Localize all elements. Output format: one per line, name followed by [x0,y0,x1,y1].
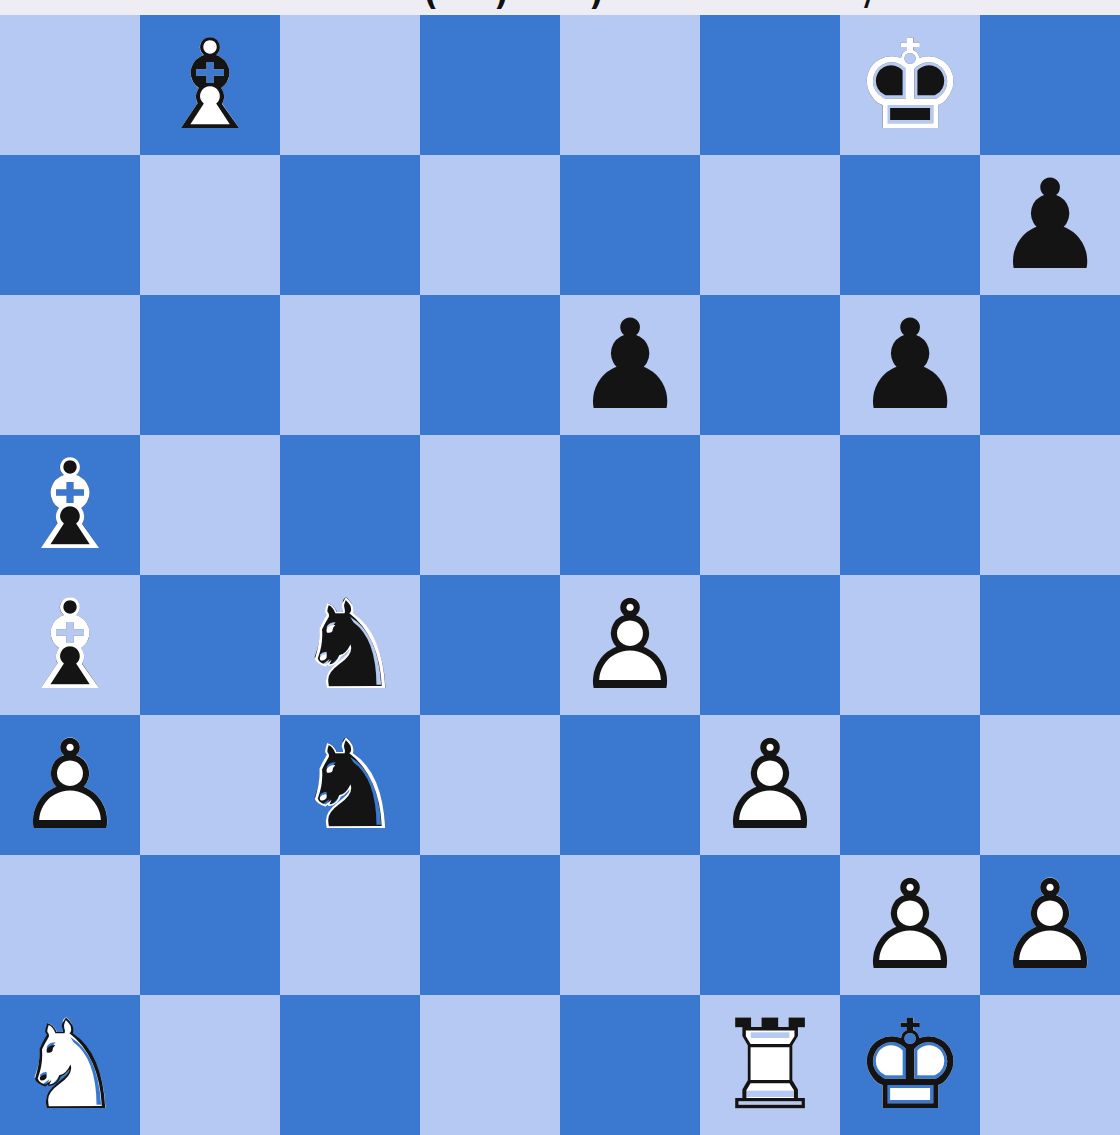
clipped-text-fragment: ( [424,0,438,10]
black-knight-outline: ♘ [280,715,420,855]
square-b4[interactable] [140,575,280,715]
piece-black-king[interactable]: ♚♔ [840,15,980,155]
black-bishop-outline: ♗ [0,435,140,575]
square-d6[interactable] [420,295,560,435]
square-h2[interactable]: ♟♙ [980,855,1120,995]
square-b1[interactable] [140,995,280,1135]
piece-white-bishop[interactable]: ♝♗ [140,15,280,155]
square-f5[interactable] [700,435,840,575]
square-h8[interactable] [980,15,1120,155]
square-g5[interactable] [840,435,980,575]
square-h1[interactable] [980,995,1120,1135]
square-b6[interactable] [140,295,280,435]
piece-black-bishop[interactable]: ♝♗ [0,435,140,575]
piece-black-pawn[interactable]: ♟ [980,155,1120,295]
piece-white-pawn[interactable]: ♟♙ [840,855,980,995]
chess-app-page: ( ) ) / ♝♗♚♔♟♟♟♝♗♝♗♞♘♟♙♟♙♞♘♟♙♟♙♟♙♞♘♜♖♚♔ [0,0,1120,1135]
square-b8[interactable]: ♝♗ [140,15,280,155]
square-d8[interactable] [420,15,560,155]
square-f8[interactable] [700,15,840,155]
white-pawn-outline: ♙ [840,855,980,995]
square-f6[interactable] [700,295,840,435]
piece-white-pawn[interactable]: ♟♙ [560,575,700,715]
white-knight-outline: ♘ [0,995,140,1135]
square-c7[interactable] [280,155,420,295]
square-h5[interactable] [980,435,1120,575]
black-bishop-outline: ♗ [0,575,140,715]
square-a2[interactable] [0,855,140,995]
piece-white-rook[interactable]: ♜♖ [700,995,840,1135]
black-king-outline: ♔ [840,15,980,155]
square-g1[interactable]: ♚♔ [840,995,980,1135]
square-d3[interactable] [420,715,560,855]
square-a6[interactable] [0,295,140,435]
square-f2[interactable] [700,855,840,995]
square-c5[interactable] [280,435,420,575]
square-d7[interactable] [420,155,560,295]
piece-white-knight[interactable]: ♞♘ [0,995,140,1135]
piece-black-pawn[interactable]: ♟ [560,295,700,435]
square-b7[interactable] [140,155,280,295]
square-e7[interactable] [560,155,700,295]
square-b5[interactable] [140,435,280,575]
square-a7[interactable] [0,155,140,295]
square-c3[interactable]: ♞♘ [280,715,420,855]
square-a4[interactable]: ♝♗ [0,575,140,715]
square-b3[interactable] [140,715,280,855]
square-a5[interactable]: ♝♗ [0,435,140,575]
black-pawn-glyph: ♟ [840,295,980,435]
square-d2[interactable] [420,855,560,995]
square-e3[interactable] [560,715,700,855]
white-king-outline: ♔ [840,995,980,1135]
white-pawn-outline: ♙ [980,855,1120,995]
white-pawn-outline: ♙ [560,575,700,715]
clipped-text-fragment: ) [494,0,508,10]
white-pawn-outline: ♙ [700,715,840,855]
square-g4[interactable] [840,575,980,715]
square-f7[interactable] [700,155,840,295]
piece-white-pawn[interactable]: ♟♙ [980,855,1120,995]
square-g8[interactable]: ♚♔ [840,15,980,155]
square-h4[interactable] [980,575,1120,715]
square-a3[interactable]: ♟♙ [0,715,140,855]
square-g3[interactable] [840,715,980,855]
clipped-text-fragment: / [864,0,875,10]
black-pawn-glyph: ♟ [980,155,1120,295]
piece-white-pawn[interactable]: ♟♙ [700,715,840,855]
square-h7[interactable]: ♟ [980,155,1120,295]
square-e5[interactable] [560,435,700,575]
square-e8[interactable] [560,15,700,155]
square-c2[interactable] [280,855,420,995]
square-e6[interactable]: ♟ [560,295,700,435]
square-f4[interactable] [700,575,840,715]
square-g2[interactable]: ♟♙ [840,855,980,995]
piece-black-bishop[interactable]: ♝♗ [0,575,140,715]
black-pawn-glyph: ♟ [560,295,700,435]
square-b2[interactable] [140,855,280,995]
square-e1[interactable] [560,995,700,1135]
square-d5[interactable] [420,435,560,575]
square-d1[interactable] [420,995,560,1135]
piece-black-knight[interactable]: ♞♘ [280,575,420,715]
square-g7[interactable] [840,155,980,295]
square-c6[interactable] [280,295,420,435]
white-rook-outline: ♖ [700,995,840,1135]
white-pawn-outline: ♙ [0,715,140,855]
square-c1[interactable] [280,995,420,1135]
piece-white-king[interactable]: ♚♔ [840,995,980,1135]
square-c8[interactable] [280,15,420,155]
clipped-text-fragment: ) [589,0,603,10]
piece-white-pawn[interactable]: ♟♙ [0,715,140,855]
square-g6[interactable]: ♟ [840,295,980,435]
square-c4[interactable]: ♞♘ [280,575,420,715]
square-h6[interactable] [980,295,1120,435]
square-f1[interactable]: ♜♖ [700,995,840,1135]
square-d4[interactable] [420,575,560,715]
square-f3[interactable]: ♟♙ [700,715,840,855]
square-a1[interactable]: ♞♘ [0,995,140,1135]
piece-black-pawn[interactable]: ♟ [840,295,980,435]
square-a8[interactable] [0,15,140,155]
white-bishop-outline: ♗ [140,15,280,155]
chess-board: ♝♗♚♔♟♟♟♝♗♝♗♞♘♟♙♟♙♞♘♟♙♟♙♟♙♞♘♜♖♚♔ [0,15,1120,1135]
square-h3[interactable] [980,715,1120,855]
black-knight-outline: ♘ [280,575,420,715]
square-e2[interactable] [560,855,700,995]
square-e4[interactable]: ♟♙ [560,575,700,715]
piece-black-knight[interactable]: ♞♘ [280,715,420,855]
